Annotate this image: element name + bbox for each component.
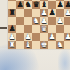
board-square[interactable]: ♟ [64,33,70,41]
board-square[interactable]: ♟ [64,9,70,17]
chess-board[interactable]: ♟♞♛♝♟♟♜♟♟♟♞♟♟♟♛♟♟♟♟♜♝♚♞ [8,0,70,49]
black-chess-piece[interactable]: ♜ [9,9,16,17]
board-square[interactable]: ♟ [56,17,64,25]
white-chess-piece[interactable]: ♞ [33,17,40,25]
white-chess-piece[interactable]: ♚ [41,41,48,49]
board-square[interactable]: ♞ [24,1,32,9]
board-square[interactable]: ♚ [40,41,48,49]
black-chess-piece[interactable]: ♞ [25,1,32,9]
board-square[interactable]: ♟ [48,9,56,17]
screenshot-canvas: ♟♞♛♝♟♟♜♟♟♟♞♟♟♟♛♟♟♟♟♜♝♚♞ [0,0,70,70]
white-chess-piece[interactable]: ♜ [9,41,16,49]
board-square[interactable] [56,25,64,33]
board-square[interactable] [48,41,56,49]
board-square[interactable] [16,9,24,17]
black-chess-piece[interactable]: ♛ [33,1,40,9]
board-square[interactable]: ♛ [32,1,40,9]
edge-marker-line [0,27,7,29]
black-chess-piece[interactable]: ♟ [57,1,64,9]
board-square[interactable] [16,33,24,41]
board-square[interactable]: ♟ [48,33,56,41]
board-square[interactable] [32,41,40,49]
board-square[interactable] [32,33,40,41]
board-square[interactable]: ♜ [8,41,16,49]
background-blue-blob-right [58,50,70,70]
white-chess-piece[interactable]: ♟ [65,9,70,17]
white-chess-piece[interactable]: ♛ [41,25,48,33]
board-square[interactable] [24,17,32,25]
white-chess-piece[interactable]: ♟ [49,33,56,41]
board-square[interactable] [64,17,70,25]
board-square[interactable]: ♟ [56,1,64,9]
board-square[interactable]: ♝ [24,41,32,49]
board-square[interactable] [16,17,24,25]
black-chess-piece[interactable]: ♟ [17,1,24,9]
board-square[interactable]: ♞ [32,17,40,25]
board-square[interactable] [16,25,24,33]
board-square[interactable]: ♜ [8,9,16,17]
white-chess-piece[interactable]: ♞ [57,41,64,49]
white-chess-piece[interactable]: ♟ [57,17,64,25]
board-square[interactable]: ♟ [16,1,24,9]
board-square[interactable] [16,41,24,49]
board-square[interactable]: ♞ [56,41,64,49]
white-chess-piece[interactable]: ♟ [65,33,70,41]
board-square[interactable]: ♛ [40,25,48,33]
board-square[interactable] [48,17,56,25]
board-square[interactable] [24,9,32,17]
black-chess-piece[interactable]: ♟ [49,9,56,17]
board-square[interactable] [32,25,40,33]
white-chess-piece[interactable]: ♝ [25,41,32,49]
board-square[interactable] [64,41,70,49]
